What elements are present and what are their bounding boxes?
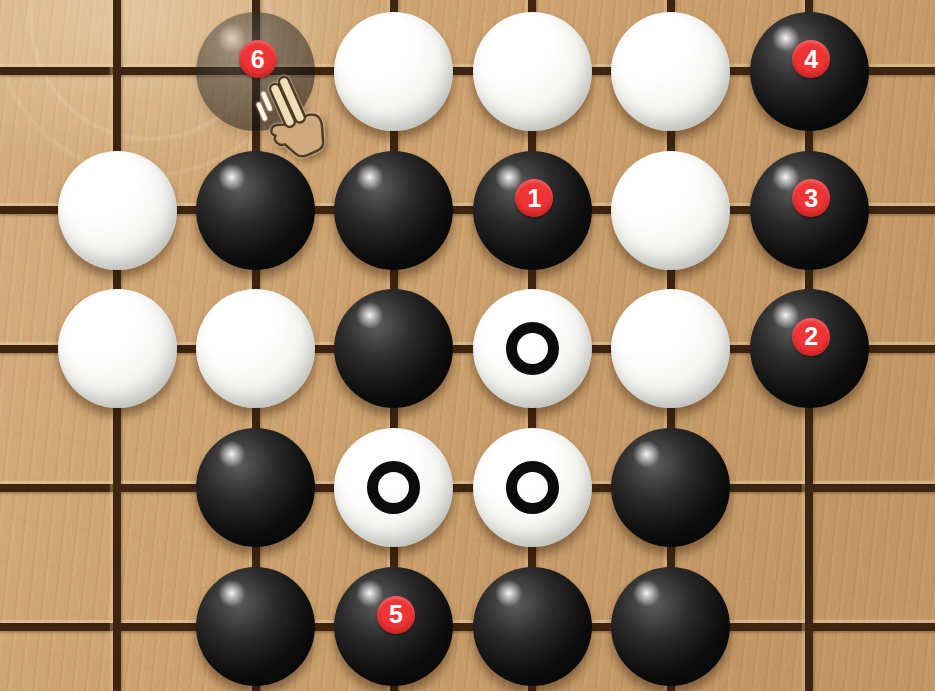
intersection-c3[interactable] <box>325 280 463 419</box>
intersection-c2[interactable] <box>325 141 463 280</box>
intersection-a2[interactable] <box>48 141 186 280</box>
black-stone <box>196 151 315 270</box>
intersection-c5[interactable]: 5 <box>325 557 463 691</box>
intersection-a4[interactable] <box>48 418 186 557</box>
intersection-b1[interactable]: 6 <box>186 2 324 141</box>
black-stone <box>196 428 315 547</box>
move-badge-2: 2 <box>792 318 830 356</box>
intersection-b4[interactable] <box>186 418 324 557</box>
black-stone <box>196 567 315 686</box>
intersection-d5[interactable] <box>463 557 601 691</box>
intersection-f5[interactable] <box>740 557 878 691</box>
white-stone <box>473 12 592 131</box>
intersection-a1[interactable] <box>48 2 186 141</box>
black-stone <box>334 151 453 270</box>
white-stone <box>611 289 730 408</box>
white-stone <box>196 289 315 408</box>
intersection-b3[interactable] <box>186 280 324 419</box>
intersection-d4[interactable] <box>463 418 601 557</box>
intersection-a5[interactable] <box>48 557 186 691</box>
intersection-d2[interactable]: 1 <box>463 141 601 280</box>
black-stone <box>334 289 453 408</box>
intersection-c1[interactable] <box>325 2 463 141</box>
move-badge-6: 6 <box>239 40 277 78</box>
intersection-d3[interactable] <box>463 280 601 419</box>
intersection-f4[interactable] <box>740 418 878 557</box>
white-stone <box>611 12 730 131</box>
intersection-f2[interactable]: 3 <box>740 141 878 280</box>
intersection-f1[interactable]: 4 <box>740 2 878 141</box>
white-stone <box>334 12 453 131</box>
intersection-a3[interactable] <box>48 280 186 419</box>
intersection-d1[interactable] <box>463 2 601 141</box>
intersection-c4[interactable] <box>325 418 463 557</box>
intersection-e2[interactable] <box>602 141 740 280</box>
white-stone <box>58 151 177 270</box>
black-stone <box>473 567 592 686</box>
black-stone <box>611 567 730 686</box>
intersection-e5[interactable] <box>602 557 740 691</box>
black-stone <box>611 428 730 547</box>
circle-marker <box>506 322 559 375</box>
move-badge-5: 5 <box>377 596 415 634</box>
board-grid: 641325 <box>48 2 878 691</box>
tap-cursor-icon <box>260 73 324 165</box>
intersection-e4[interactable] <box>602 418 740 557</box>
white-stone <box>58 289 177 408</box>
intersection-e3[interactable] <box>602 280 740 419</box>
intersection-b5[interactable] <box>186 557 324 691</box>
intersection-f3[interactable]: 2 <box>740 280 878 419</box>
intersection-e1[interactable] <box>602 2 740 141</box>
go-board: 641325 <box>0 0 935 691</box>
white-stone <box>611 151 730 270</box>
circle-marker <box>506 461 559 514</box>
